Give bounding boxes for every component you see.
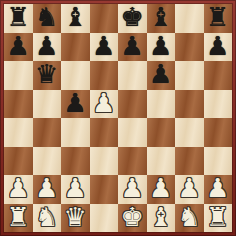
square-h4[interactable]	[204, 118, 233, 147]
piece-black-bishop[interactable]: ♝	[149, 4, 172, 30]
square-e3[interactable]	[118, 147, 147, 176]
square-e4[interactable]	[118, 118, 147, 147]
square-d4[interactable]	[90, 118, 119, 147]
piece-white-pawn[interactable]: ♟	[92, 90, 115, 116]
square-d1[interactable]	[90, 204, 119, 233]
square-a6[interactable]	[4, 61, 33, 90]
piece-black-bishop[interactable]: ♝	[64, 4, 87, 30]
square-h6[interactable]	[204, 61, 233, 90]
square-a7[interactable]: ♟	[4, 33, 33, 62]
square-e8[interactable]: ♚	[118, 4, 147, 33]
square-c5[interactable]: ♟	[61, 90, 90, 119]
square-c3[interactable]	[61, 147, 90, 176]
square-b6[interactable]: ♛	[33, 61, 62, 90]
chess-board: ♜♞♝♚♝♜♟♟♟♟♟♟♛♟♟♟♟♟♟♟♟♟♟♜♞♛♚♝♞♜	[4, 4, 232, 232]
square-d2[interactable]	[90, 175, 119, 204]
square-b2[interactable]: ♟	[33, 175, 62, 204]
square-b7[interactable]: ♟	[33, 33, 62, 62]
square-d8[interactable]	[90, 4, 119, 33]
square-d6[interactable]	[90, 61, 119, 90]
square-g5[interactable]	[175, 90, 204, 119]
piece-black-pawn[interactable]: ♟	[149, 61, 172, 87]
square-g8[interactable]	[175, 4, 204, 33]
square-a8[interactable]: ♜	[4, 4, 33, 33]
square-b3[interactable]	[33, 147, 62, 176]
square-e1[interactable]: ♚	[118, 204, 147, 233]
piece-white-pawn[interactable]: ♟	[178, 175, 201, 201]
square-g3[interactable]	[175, 147, 204, 176]
piece-white-knight[interactable]: ♞	[35, 204, 58, 230]
piece-black-rook[interactable]: ♜	[7, 4, 30, 30]
square-e7[interactable]: ♟	[118, 33, 147, 62]
piece-white-pawn[interactable]: ♟	[206, 175, 229, 201]
square-g1[interactable]: ♞	[175, 204, 204, 233]
square-f1[interactable]: ♝	[147, 204, 176, 233]
piece-black-pawn[interactable]: ♟	[92, 33, 115, 59]
square-b5[interactable]	[33, 90, 62, 119]
piece-white-rook[interactable]: ♜	[206, 204, 229, 230]
square-e6[interactable]	[118, 61, 147, 90]
square-g2[interactable]: ♟	[175, 175, 204, 204]
piece-white-pawn[interactable]: ♟	[35, 175, 58, 201]
piece-white-queen[interactable]: ♛	[64, 204, 87, 230]
square-h7[interactable]: ♟	[204, 33, 233, 62]
square-f3[interactable]	[147, 147, 176, 176]
square-e2[interactable]: ♟	[118, 175, 147, 204]
piece-black-rook[interactable]: ♜	[206, 4, 229, 30]
square-b1[interactable]: ♞	[33, 204, 62, 233]
square-a3[interactable]	[4, 147, 33, 176]
square-c4[interactable]	[61, 118, 90, 147]
piece-white-rook[interactable]: ♜	[7, 204, 30, 230]
piece-black-queen[interactable]: ♛	[35, 61, 58, 87]
square-b4[interactable]	[33, 118, 62, 147]
square-h8[interactable]: ♜	[204, 4, 233, 33]
square-c8[interactable]: ♝	[61, 4, 90, 33]
piece-black-pawn[interactable]: ♟	[7, 33, 30, 59]
square-g6[interactable]	[175, 61, 204, 90]
piece-black-pawn[interactable]: ♟	[35, 33, 58, 59]
square-e5[interactable]	[118, 90, 147, 119]
square-h3[interactable]	[204, 147, 233, 176]
square-g4[interactable]	[175, 118, 204, 147]
square-c1[interactable]: ♛	[61, 204, 90, 233]
square-a4[interactable]	[4, 118, 33, 147]
piece-black-pawn[interactable]: ♟	[121, 33, 144, 59]
square-a1[interactable]: ♜	[4, 204, 33, 233]
board-frame: ♜♞♝♚♝♜♟♟♟♟♟♟♛♟♟♟♟♟♟♟♟♟♟♜♞♛♚♝♞♜	[0, 0, 236, 236]
piece-white-pawn[interactable]: ♟	[121, 175, 144, 201]
piece-white-pawn[interactable]: ♟	[7, 175, 30, 201]
square-f7[interactable]: ♟	[147, 33, 176, 62]
piece-white-pawn[interactable]: ♟	[149, 175, 172, 201]
piece-black-pawn[interactable]: ♟	[149, 33, 172, 59]
square-h5[interactable]	[204, 90, 233, 119]
piece-black-pawn[interactable]: ♟	[64, 90, 87, 116]
square-f8[interactable]: ♝	[147, 4, 176, 33]
square-a2[interactable]: ♟	[4, 175, 33, 204]
square-c6[interactable]	[61, 61, 90, 90]
piece-black-knight[interactable]: ♞	[35, 4, 58, 30]
square-h2[interactable]: ♟	[204, 175, 233, 204]
square-a5[interactable]	[4, 90, 33, 119]
square-f4[interactable]	[147, 118, 176, 147]
square-c7[interactable]	[61, 33, 90, 62]
square-d7[interactable]: ♟	[90, 33, 119, 62]
piece-black-king[interactable]: ♚	[121, 4, 144, 30]
square-h1[interactable]: ♜	[204, 204, 233, 233]
square-c2[interactable]: ♟	[61, 175, 90, 204]
square-f2[interactable]: ♟	[147, 175, 176, 204]
piece-white-knight[interactable]: ♞	[178, 204, 201, 230]
square-d5[interactable]: ♟	[90, 90, 119, 119]
piece-white-king[interactable]: ♚	[121, 204, 144, 230]
square-d3[interactable]	[90, 147, 119, 176]
square-b8[interactable]: ♞	[33, 4, 62, 33]
piece-black-pawn[interactable]: ♟	[206, 33, 229, 59]
piece-white-pawn[interactable]: ♟	[64, 175, 87, 201]
square-g7[interactable]	[175, 33, 204, 62]
piece-white-bishop[interactable]: ♝	[149, 204, 172, 230]
square-f6[interactable]: ♟	[147, 61, 176, 90]
square-f5[interactable]	[147, 90, 176, 119]
